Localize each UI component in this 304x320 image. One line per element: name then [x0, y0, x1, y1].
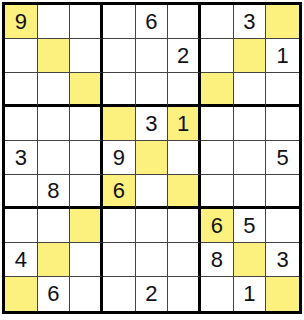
- cell-r1c2[interactable]: [38, 5, 71, 39]
- cell-r9c8-given: 1: [234, 277, 267, 311]
- cell-r5c9-given: 5: [266, 141, 299, 175]
- sudoku-board: 96321313958665483621: [2, 2, 302, 314]
- cell-r4c5-given: 3: [136, 107, 169, 141]
- cell-r3c3[interactable]: [70, 73, 103, 107]
- cell-r6c7[interactable]: [201, 175, 234, 209]
- cell-r9c5-given: 2: [136, 277, 169, 311]
- cell-r6c6[interactable]: [168, 175, 201, 209]
- cell-r6c2-given: 8: [38, 175, 71, 209]
- cell-r9c6[interactable]: [168, 277, 201, 311]
- cell-r2c5[interactable]: [136, 39, 169, 73]
- cell-r4c8[interactable]: [234, 107, 267, 141]
- cell-r8c9-given: 3: [266, 243, 299, 277]
- cell-r2c4[interactable]: [103, 39, 136, 73]
- cell-r2c7[interactable]: [201, 39, 234, 73]
- cell-r2c6-given: 2: [168, 39, 201, 73]
- cell-r2c9-given: 1: [266, 39, 299, 73]
- cell-r2c1[interactable]: [5, 39, 38, 73]
- cell-r5c7[interactable]: [201, 141, 234, 175]
- cell-r5c6[interactable]: [168, 141, 201, 175]
- cell-r7c9[interactable]: [266, 209, 299, 243]
- cell-r1c8-given: 3: [234, 5, 267, 39]
- cell-r9c2-given: 6: [38, 277, 71, 311]
- cell-r4c7[interactable]: [201, 107, 234, 141]
- cell-r8c4[interactable]: [103, 243, 136, 277]
- cell-r6c4-given: 6: [103, 175, 136, 209]
- cell-r7c7-given: 6: [201, 209, 234, 243]
- cell-r6c8[interactable]: [234, 175, 267, 209]
- cell-r6c3[interactable]: [70, 175, 103, 209]
- cell-r1c5-given: 6: [136, 5, 169, 39]
- cell-r3c2[interactable]: [38, 73, 71, 107]
- cell-r3c9[interactable]: [266, 73, 299, 107]
- cell-r5c2[interactable]: [38, 141, 71, 175]
- cell-r1c3[interactable]: [70, 5, 103, 39]
- cell-r5c4-given: 9: [103, 141, 136, 175]
- cell-r5c1-given: 3: [5, 141, 38, 175]
- cell-r1c9[interactable]: [266, 5, 299, 39]
- cell-r9c9[interactable]: [266, 277, 299, 311]
- cell-r9c3[interactable]: [70, 277, 103, 311]
- cell-r2c8[interactable]: [234, 39, 267, 73]
- cell-r7c3[interactable]: [70, 209, 103, 243]
- cell-r9c4[interactable]: [103, 277, 136, 311]
- cell-r4c6-given: 1: [168, 107, 201, 141]
- cell-r7c5[interactable]: [136, 209, 169, 243]
- cell-r2c3[interactable]: [70, 39, 103, 73]
- cell-r3c6[interactable]: [168, 73, 201, 107]
- cell-r4c3[interactable]: [70, 107, 103, 141]
- cell-r8c7-given: 8: [201, 243, 234, 277]
- cell-r8c3[interactable]: [70, 243, 103, 277]
- cell-r8c6[interactable]: [168, 243, 201, 277]
- cell-r1c6[interactable]: [168, 5, 201, 39]
- cell-r3c7[interactable]: [201, 73, 234, 107]
- cell-r7c2[interactable]: [38, 209, 71, 243]
- cell-r4c9[interactable]: [266, 107, 299, 141]
- cell-r2c2[interactable]: [38, 39, 71, 73]
- cell-r6c5[interactable]: [136, 175, 169, 209]
- cell-r8c2[interactable]: [38, 243, 71, 277]
- cell-r7c6[interactable]: [168, 209, 201, 243]
- cell-r3c1[interactable]: [5, 73, 38, 107]
- cell-r7c8-given: 5: [234, 209, 267, 243]
- sudoku-page: 96321313958665483621: [0, 0, 304, 320]
- cell-r8c8[interactable]: [234, 243, 267, 277]
- cell-r5c3[interactable]: [70, 141, 103, 175]
- cell-r7c4[interactable]: [103, 209, 136, 243]
- cell-r4c2[interactable]: [38, 107, 71, 141]
- cell-r5c8[interactable]: [234, 141, 267, 175]
- cell-r3c5[interactable]: [136, 73, 169, 107]
- cell-r6c9[interactable]: [266, 175, 299, 209]
- cell-r3c4[interactable]: [103, 73, 136, 107]
- cell-r6c1[interactable]: [5, 175, 38, 209]
- cell-r1c4[interactable]: [103, 5, 136, 39]
- cell-r8c5[interactable]: [136, 243, 169, 277]
- cell-r5c5[interactable]: [136, 141, 169, 175]
- cell-r3c8[interactable]: [234, 73, 267, 107]
- cell-r9c7[interactable]: [201, 277, 234, 311]
- cell-r1c1-given: 9: [5, 5, 38, 39]
- cell-r4c4[interactable]: [103, 107, 136, 141]
- cell-r7c1[interactable]: [5, 209, 38, 243]
- cell-r1c7[interactable]: [201, 5, 234, 39]
- cell-r8c1-given: 4: [5, 243, 38, 277]
- cell-r9c1[interactable]: [5, 277, 38, 311]
- cell-r4c1[interactable]: [5, 107, 38, 141]
